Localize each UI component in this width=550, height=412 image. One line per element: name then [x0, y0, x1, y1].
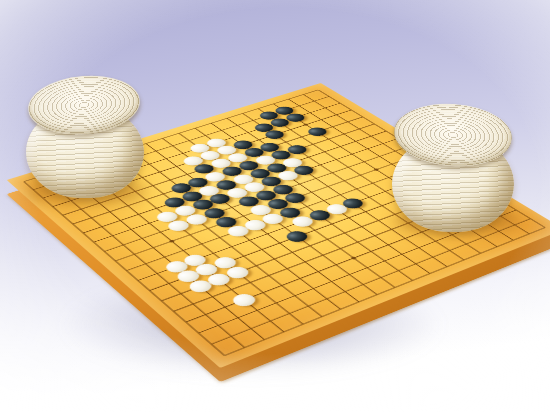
right-stone-bowl [388, 102, 520, 232]
photo-background [0, 0, 550, 412]
left-stone-bowl [22, 74, 148, 200]
